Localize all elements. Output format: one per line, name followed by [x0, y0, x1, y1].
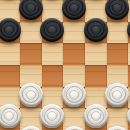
- board-square-light[interactable]: [107, 22, 129, 44]
- board-square-dark[interactable]: [20, 43, 42, 65]
- board-square-dark[interactable]: [0, 108, 20, 130]
- board-square-dark[interactable]: [20, 87, 42, 109]
- black-checker-piece[interactable]: [105, 0, 129, 20]
- board-square-light[interactable]: [63, 22, 85, 44]
- white-checker-piece[interactable]: [105, 83, 129, 107]
- board-square-dark[interactable]: [42, 22, 64, 44]
- board-square-light[interactable]: [42, 43, 64, 65]
- board-square-light[interactable]: [128, 43, 130, 65]
- board-square-dark[interactable]: [107, 43, 129, 65]
- board-square-dark[interactable]: [0, 22, 20, 44]
- board-square-dark[interactable]: [85, 65, 107, 87]
- black-checker-piece[interactable]: [127, 18, 130, 42]
- white-checker-piece[interactable]: [0, 104, 21, 128]
- board-square-dark[interactable]: [0, 65, 20, 87]
- white-checker-piece[interactable]: [127, 104, 130, 128]
- board-square-dark[interactable]: [42, 65, 64, 87]
- black-checker-piece[interactable]: [62, 0, 86, 20]
- black-checker-piece[interactable]: [0, 18, 21, 42]
- board-square-dark[interactable]: [85, 108, 107, 130]
- board-square-dark[interactable]: [128, 65, 130, 87]
- white-checker-piece[interactable]: [84, 104, 108, 128]
- black-checker-piece[interactable]: [84, 18, 108, 42]
- white-checker-piece[interactable]: [40, 104, 64, 128]
- board-square-dark[interactable]: [42, 108, 64, 130]
- black-checker-piece[interactable]: [40, 18, 64, 42]
- board-square-light[interactable]: [20, 22, 42, 44]
- board-square-dark[interactable]: [63, 0, 85, 22]
- checkers-board-viewport: [0, 0, 130, 130]
- board-square-dark[interactable]: [128, 22, 130, 44]
- board-square-dark[interactable]: [85, 22, 107, 44]
- board-square-dark[interactable]: [63, 43, 85, 65]
- white-checker-piece[interactable]: [19, 83, 43, 107]
- board-square-dark[interactable]: [20, 0, 42, 22]
- checkers-board: [0, 0, 130, 130]
- board-square-light[interactable]: [0, 43, 20, 65]
- board-square-dark[interactable]: [107, 87, 129, 109]
- white-checker-piece[interactable]: [62, 83, 86, 107]
- board-square-dark[interactable]: [107, 0, 129, 22]
- board-square-light[interactable]: [85, 43, 107, 65]
- board-square-dark[interactable]: [128, 108, 130, 130]
- board-square-dark[interactable]: [63, 87, 85, 109]
- black-checker-piece[interactable]: [19, 0, 43, 20]
